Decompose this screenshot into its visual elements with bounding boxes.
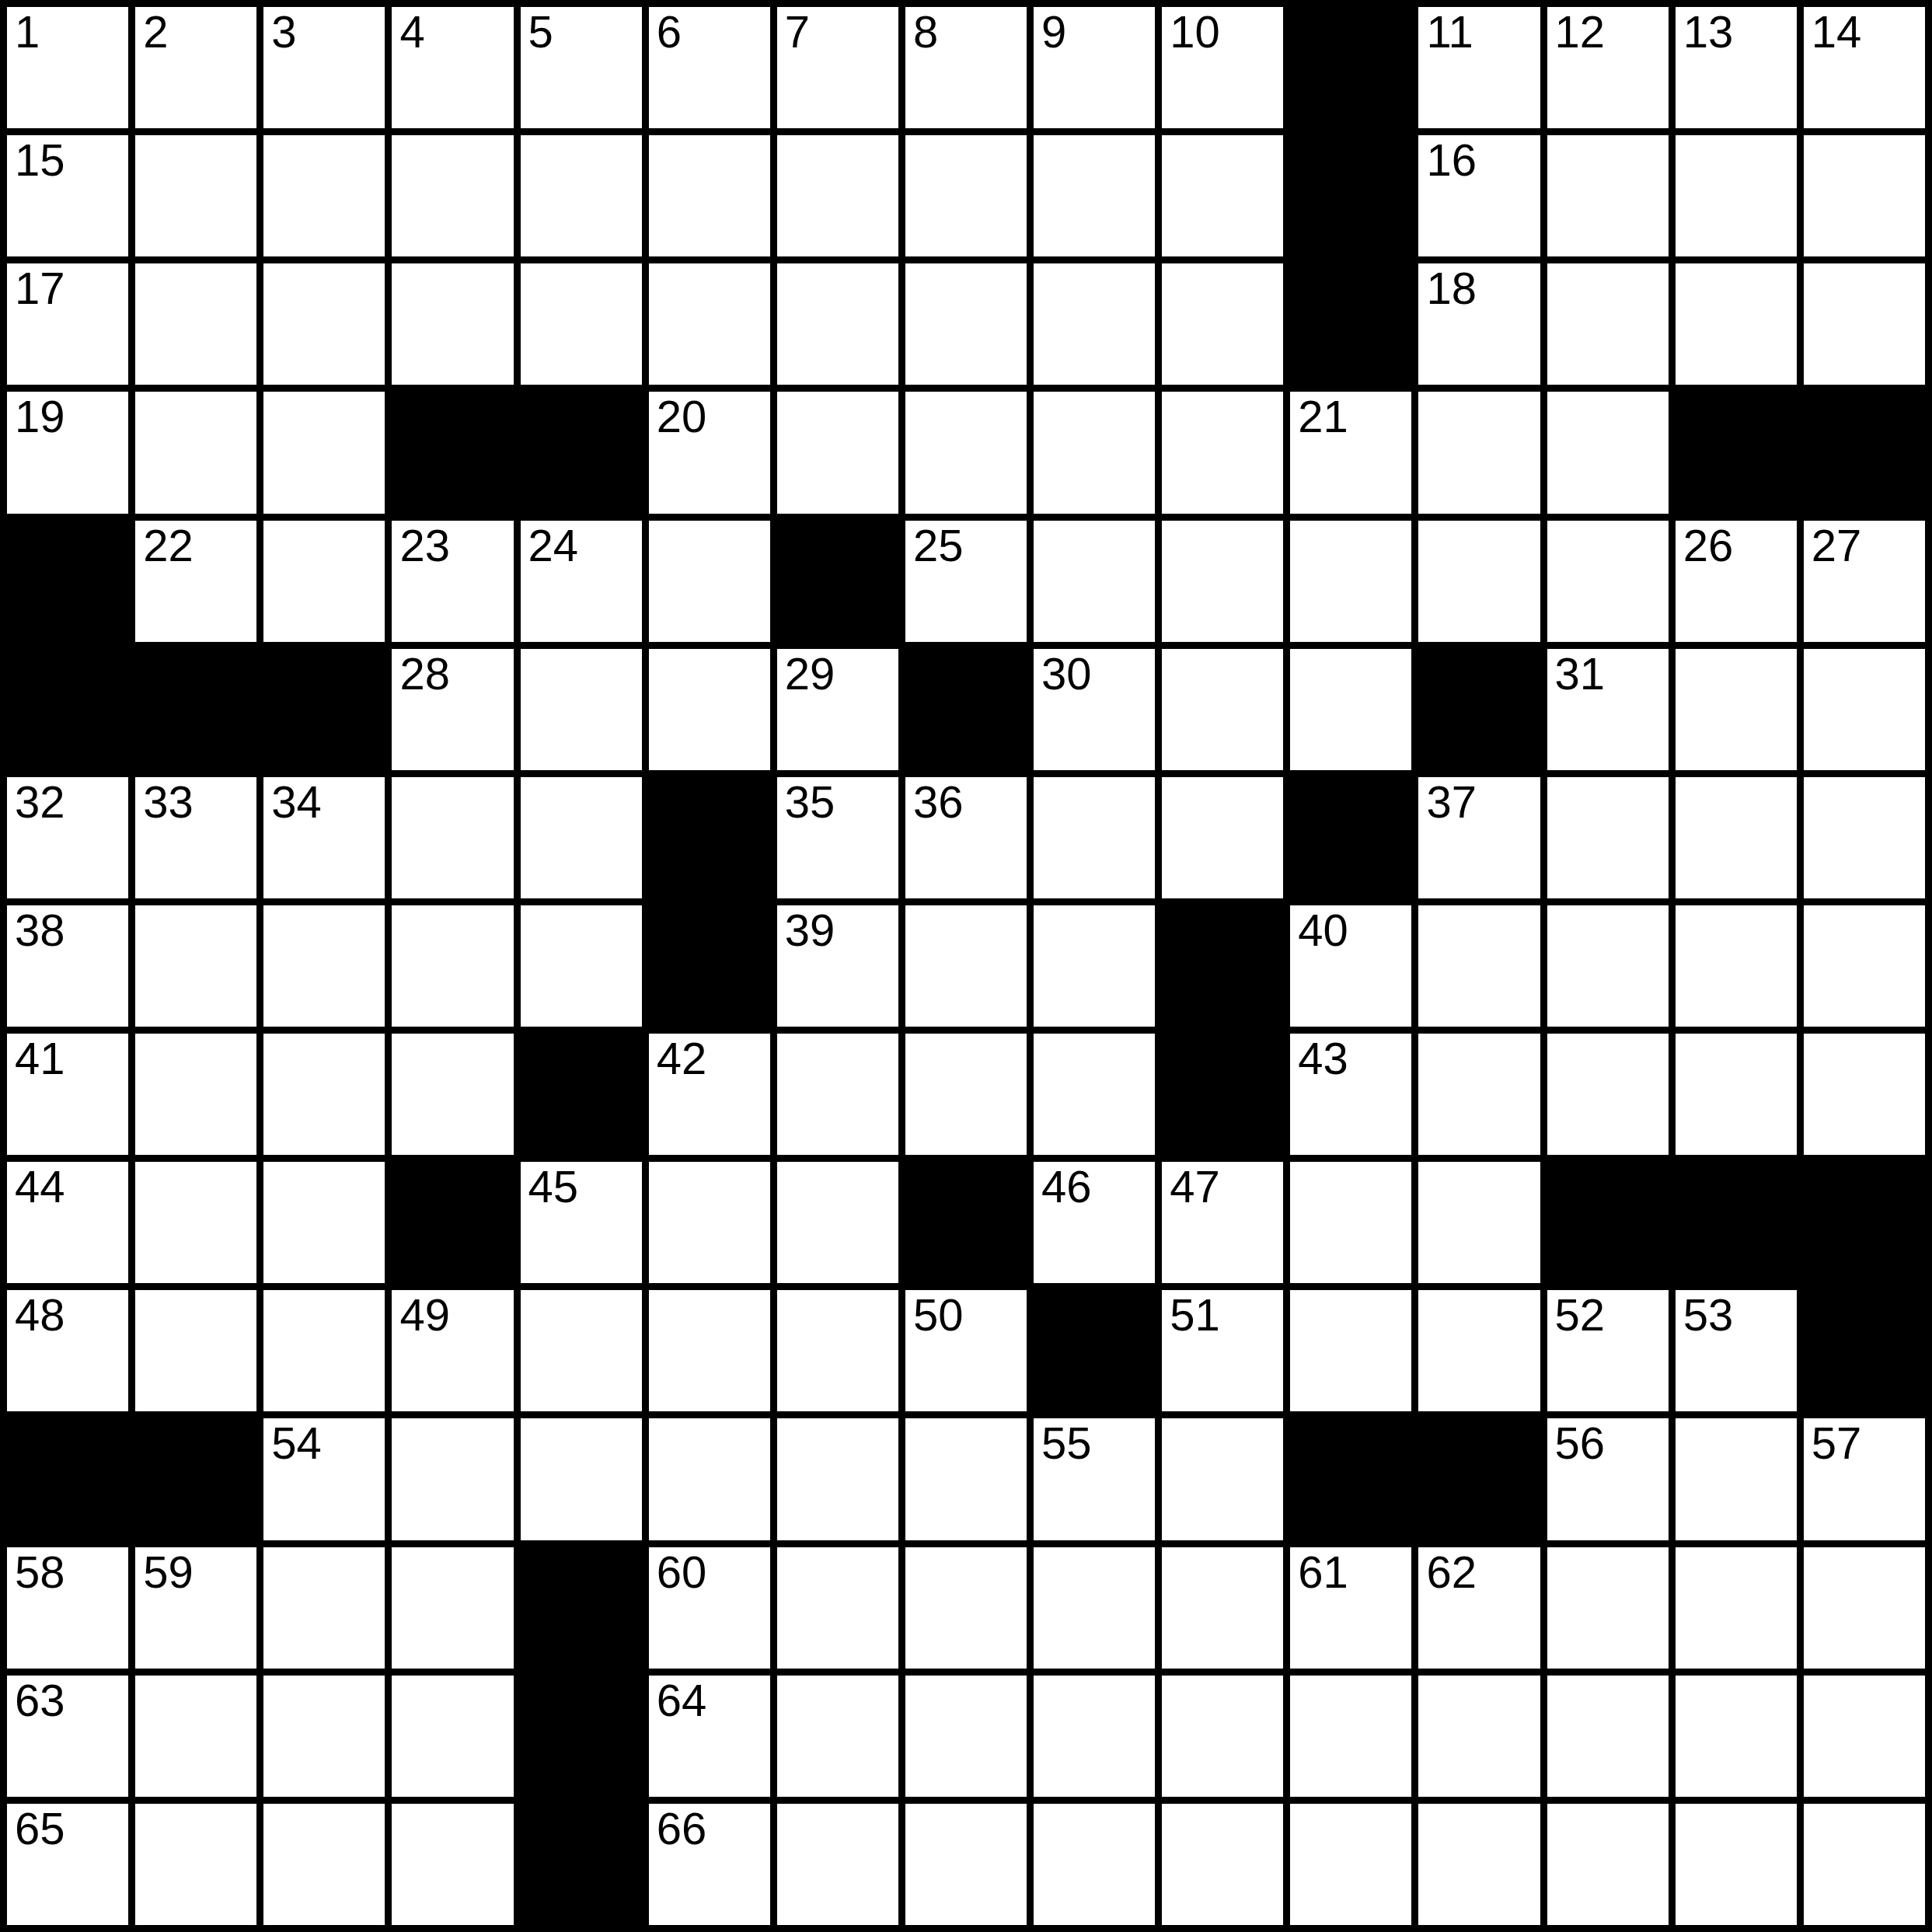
cell-r4-c14[interactable]: 27: [1804, 521, 1925, 642]
clue-number-33: 33: [143, 779, 194, 826]
cell-r13-c14[interactable]: [1804, 1676, 1925, 1797]
black-square-r9-c7: [905, 1162, 1027, 1283]
cell-r3-c2[interactable]: [263, 392, 385, 513]
cell-r12-c8[interactable]: [1034, 1547, 1155, 1669]
cell-r12-c10[interactable]: 61: [1290, 1547, 1411, 1669]
clue-number-36: 36: [913, 779, 964, 826]
cell-r5-c13[interactable]: [1676, 649, 1797, 770]
clue-number-50: 50: [913, 1292, 964, 1339]
cell-r1-c3[interactable]: [392, 135, 513, 256]
clue-number-22: 22: [143, 522, 194, 570]
cell-r3-c6[interactable]: [777, 392, 898, 513]
cell-r13-c2[interactable]: [263, 1676, 385, 1797]
cell-r2-c5[interactable]: [649, 263, 770, 385]
cell-r4-c13[interactable]: 26: [1676, 521, 1797, 642]
clue-number-37: 37: [1426, 779, 1477, 826]
cell-r0-c6[interactable]: 7: [777, 7, 898, 128]
cell-r1-c14[interactable]: [1804, 135, 1925, 256]
clue-number-44: 44: [15, 1163, 65, 1211]
cell-r12-c9[interactable]: [1162, 1547, 1283, 1669]
cell-r5-c8[interactable]: 30: [1034, 649, 1155, 770]
black-square-r5-c11: [1418, 649, 1540, 770]
black-square-r8-c9: [1162, 1034, 1283, 1155]
cell-r12-c13[interactable]: [1676, 1547, 1797, 1669]
cell-r10-c13[interactable]: 53: [1676, 1290, 1797, 1411]
cell-r10-c7[interactable]: 50: [905, 1290, 1027, 1411]
cell-r9-c5[interactable]: [649, 1162, 770, 1283]
cell-r11-c7[interactable]: [905, 1418, 1027, 1540]
cell-r8-c13[interactable]: [1676, 1034, 1797, 1155]
cell-r11-c13[interactable]: [1676, 1418, 1797, 1540]
cell-r3-c11[interactable]: [1418, 392, 1540, 513]
clue-number-55: 55: [1041, 1420, 1092, 1467]
cell-r10-c0[interactable]: 48: [7, 1290, 128, 1411]
cell-r11-c3[interactable]: [392, 1418, 513, 1540]
cell-r7-c13[interactable]: [1676, 905, 1797, 1027]
cell-r11-c2[interactable]: 54: [263, 1418, 385, 1540]
cell-r3-c12[interactable]: [1547, 392, 1669, 513]
cell-r10-c1[interactable]: [135, 1290, 256, 1411]
cell-r14-c1[interactable]: [135, 1804, 256, 1925]
cell-r7-c12[interactable]: [1547, 905, 1669, 1027]
clue-number-62: 62: [1426, 1549, 1477, 1596]
cell-r0-c12[interactable]: 12: [1547, 7, 1669, 128]
cell-r4-c3[interactable]: 23: [392, 521, 513, 642]
cell-r9-c4[interactable]: 45: [521, 1162, 642, 1283]
cell-r13-c9[interactable]: [1162, 1676, 1283, 1797]
cell-r7-c7[interactable]: [905, 905, 1027, 1027]
black-square-r5-c7: [905, 649, 1027, 770]
cell-r7-c11[interactable]: [1418, 905, 1540, 1027]
cell-r6-c11[interactable]: 37: [1418, 777, 1540, 898]
cell-r4-c8[interactable]: [1034, 521, 1155, 642]
cell-r2-c8[interactable]: [1034, 263, 1155, 385]
cell-r11-c8[interactable]: 55: [1034, 1418, 1155, 1540]
cell-r14-c10[interactable]: [1290, 1804, 1411, 1925]
cell-r0-c3[interactable]: 4: [392, 7, 513, 128]
cell-r3-c7[interactable]: [905, 392, 1027, 513]
cell-r13-c11[interactable]: [1418, 1676, 1540, 1797]
black-square-r8-c4: [521, 1034, 642, 1155]
cell-r2-c6[interactable]: [777, 263, 898, 385]
clue-number-5: 5: [528, 9, 553, 56]
clue-number-12: 12: [1555, 9, 1606, 56]
black-square-r11-c1: [135, 1418, 256, 1540]
cell-r13-c8[interactable]: [1034, 1676, 1155, 1797]
cell-r1-c7[interactable]: [905, 135, 1027, 256]
cell-r5-c14[interactable]: [1804, 649, 1925, 770]
black-square-r10-c8: [1034, 1290, 1155, 1411]
black-square-r11-c10: [1290, 1418, 1411, 1540]
cell-r2-c13[interactable]: [1676, 263, 1797, 385]
cell-r8-c7[interactable]: [905, 1034, 1027, 1155]
clue-number-39: 39: [785, 907, 835, 954]
clue-number-64: 64: [657, 1677, 707, 1725]
clue-number-42: 42: [657, 1035, 707, 1083]
clue-number-28: 28: [399, 650, 450, 698]
clue-number-52: 52: [1555, 1292, 1606, 1339]
black-square-r14-c4: [521, 1804, 642, 1925]
clue-number-49: 49: [399, 1292, 450, 1339]
clue-number-15: 15: [15, 137, 65, 184]
cell-r0-c5[interactable]: 6: [649, 7, 770, 128]
cell-r5-c5[interactable]: [649, 649, 770, 770]
clue-number-54: 54: [271, 1420, 322, 1467]
cell-r10-c12[interactable]: 52: [1547, 1290, 1669, 1411]
clue-number-1: 1: [15, 9, 40, 56]
cell-r14-c6[interactable]: [777, 1804, 898, 1925]
black-square-r9-c3: [392, 1162, 513, 1283]
clue-number-3: 3: [271, 9, 296, 56]
cell-r11-c5[interactable]: [649, 1418, 770, 1540]
cell-r9-c10[interactable]: [1290, 1162, 1411, 1283]
cell-r5-c6[interactable]: 29: [777, 649, 898, 770]
black-square-r12-c4: [521, 1547, 642, 1669]
cell-r11-c14[interactable]: 57: [1804, 1418, 1925, 1540]
cell-r9-c9[interactable]: 47: [1162, 1162, 1283, 1283]
cell-r7-c1[interactable]: [135, 905, 256, 1027]
clue-number-35: 35: [785, 779, 835, 826]
cell-r14-c0[interactable]: 65: [7, 1804, 128, 1925]
clue-number-45: 45: [528, 1163, 579, 1211]
cell-r13-c6[interactable]: [777, 1676, 898, 1797]
clue-number-16: 16: [1426, 137, 1477, 184]
cell-r14-c2[interactable]: [263, 1804, 385, 1925]
cell-r11-c6[interactable]: [777, 1418, 898, 1540]
cell-r14-c7[interactable]: [905, 1804, 1027, 1925]
clue-number-41: 41: [15, 1035, 65, 1083]
cell-r6-c2[interactable]: 34: [263, 777, 385, 898]
cell-r3-c5[interactable]: 20: [649, 392, 770, 513]
cell-r2-c7[interactable]: [905, 263, 1027, 385]
black-square-r4-c0: [7, 521, 128, 642]
clue-number-65: 65: [15, 1805, 65, 1853]
cell-r14-c13[interactable]: [1676, 1804, 1797, 1925]
cell-r6-c13[interactable]: [1676, 777, 1797, 898]
cell-r7-c4[interactable]: [521, 905, 642, 1027]
cell-r1-c0[interactable]: 15: [7, 135, 128, 256]
cell-r2-c9[interactable]: [1162, 263, 1283, 385]
cell-r13-c5[interactable]: 64: [649, 1676, 770, 1797]
black-square-r3-c13: [1676, 392, 1797, 513]
cell-r8-c3[interactable]: [392, 1034, 513, 1155]
cell-r8-c11[interactable]: [1418, 1034, 1540, 1155]
cell-r9-c0[interactable]: 44: [7, 1162, 128, 1283]
black-square-r7-c9: [1162, 905, 1283, 1027]
cell-r12-c1[interactable]: 59: [135, 1547, 256, 1669]
black-square-r3-c14: [1804, 392, 1925, 513]
cell-r13-c12[interactable]: [1547, 1676, 1669, 1797]
cell-r4-c4[interactable]: 24: [521, 521, 642, 642]
black-square-r3-c3: [392, 392, 513, 513]
clue-number-66: 66: [657, 1805, 707, 1853]
cell-r1-c9[interactable]: [1162, 135, 1283, 256]
cell-r2-c1[interactable]: [135, 263, 256, 385]
clue-number-32: 32: [15, 779, 65, 826]
clue-number-24: 24: [528, 522, 579, 570]
cell-r0-c2[interactable]: 3: [263, 7, 385, 128]
black-square-r0-c10: [1290, 7, 1411, 128]
cell-r10-c5[interactable]: [649, 1290, 770, 1411]
clue-number-11: 11: [1426, 9, 1473, 56]
black-square-r9-c12: [1547, 1162, 1669, 1283]
clue-number-8: 8: [913, 9, 938, 56]
cell-r5-c4[interactable]: [521, 649, 642, 770]
cell-r4-c7[interactable]: 25: [905, 521, 1027, 642]
cell-r1-c4[interactable]: [521, 135, 642, 256]
clue-number-4: 4: [399, 9, 424, 56]
clue-number-7: 7: [785, 9, 810, 56]
cell-r8-c1[interactable]: [135, 1034, 256, 1155]
clue-number-47: 47: [1170, 1163, 1220, 1211]
black-square-r11-c0: [7, 1418, 128, 1540]
cell-r8-c8[interactable]: [1034, 1034, 1155, 1155]
clue-number-29: 29: [785, 650, 835, 698]
cell-r3-c9[interactable]: [1162, 392, 1283, 513]
cell-r9-c11[interactable]: [1418, 1162, 1540, 1283]
cell-r14-c3[interactable]: [392, 1804, 513, 1925]
cell-r7-c3[interactable]: [392, 905, 513, 1027]
cell-r12-c14[interactable]: [1804, 1547, 1925, 1669]
clue-number-34: 34: [271, 779, 322, 826]
cell-r4-c9[interactable]: [1162, 521, 1283, 642]
cell-r8-c6[interactable]: [777, 1034, 898, 1155]
cell-r10-c2[interactable]: [263, 1290, 385, 1411]
cell-r6-c7[interactable]: 36: [905, 777, 1027, 898]
clue-number-59: 59: [143, 1549, 194, 1596]
clue-number-48: 48: [15, 1292, 65, 1339]
clue-number-14: 14: [1812, 9, 1862, 56]
cell-r7-c2[interactable]: [263, 905, 385, 1027]
cell-r13-c0[interactable]: 63: [7, 1676, 128, 1797]
cell-r9-c1[interactable]: [135, 1162, 256, 1283]
cell-r6-c8[interactable]: [1034, 777, 1155, 898]
cell-r9-c8[interactable]: 46: [1034, 1162, 1155, 1283]
clue-number-13: 13: [1683, 9, 1734, 56]
clue-number-17: 17: [15, 265, 65, 312]
cell-r11-c9[interactable]: [1162, 1418, 1283, 1540]
cell-r13-c10[interactable]: [1290, 1676, 1411, 1797]
clue-number-43: 43: [1298, 1035, 1348, 1083]
cell-r12-c11[interactable]: 62: [1418, 1547, 1540, 1669]
cell-r0-c0[interactable]: 1: [7, 7, 128, 128]
cell-r4-c1[interactable]: 22: [135, 521, 256, 642]
cell-r7-c6[interactable]: 39: [777, 905, 898, 1027]
clue-number-58: 58: [15, 1549, 65, 1596]
cell-r3-c10[interactable]: 21: [1290, 392, 1411, 513]
cell-r7-c0[interactable]: 38: [7, 905, 128, 1027]
cell-r1-c12[interactable]: [1547, 135, 1669, 256]
clue-number-2: 2: [143, 9, 168, 56]
cell-r12-c5[interactable]: 60: [649, 1547, 770, 1669]
cell-r13-c7[interactable]: [905, 1676, 1027, 1797]
black-square-r9-c14: [1804, 1162, 1925, 1283]
cell-r6-c9[interactable]: [1162, 777, 1283, 898]
cell-r1-c8[interactable]: [1034, 135, 1155, 256]
cell-r10-c9[interactable]: 51: [1162, 1290, 1283, 1411]
cell-r11-c4[interactable]: [521, 1418, 642, 1540]
cell-r0-c9[interactable]: 10: [1162, 7, 1283, 128]
cell-r6-c14[interactable]: [1804, 777, 1925, 898]
cell-r2-c12[interactable]: [1547, 263, 1669, 385]
cell-r6-c0[interactable]: 32: [7, 777, 128, 898]
cell-r6-c6[interactable]: 35: [777, 777, 898, 898]
clue-number-6: 6: [657, 9, 682, 56]
black-square-r5-c2: [263, 649, 385, 770]
cell-r2-c4[interactable]: [521, 263, 642, 385]
cell-r4-c5[interactable]: [649, 521, 770, 642]
cell-r3-c1[interactable]: [135, 392, 256, 513]
cell-r14-c12[interactable]: [1547, 1804, 1669, 1925]
clue-number-56: 56: [1555, 1420, 1606, 1467]
black-square-r5-c1: [135, 649, 256, 770]
black-square-r6-c10: [1290, 777, 1411, 898]
clue-number-9: 9: [1041, 9, 1066, 56]
cell-r0-c13[interactable]: 13: [1676, 7, 1797, 128]
clue-number-57: 57: [1812, 1420, 1862, 1467]
cell-r8-c0[interactable]: 41: [7, 1034, 128, 1155]
cell-r1-c6[interactable]: [777, 135, 898, 256]
crossword-grid: 1234567891011121314151617181920212223242…: [0, 0, 1932, 1932]
cell-r7-c8[interactable]: [1034, 905, 1155, 1027]
clue-number-63: 63: [15, 1677, 65, 1725]
cell-r9-c6[interactable]: [777, 1162, 898, 1283]
cell-r6-c1[interactable]: 33: [135, 777, 256, 898]
clue-number-27: 27: [1812, 522, 1862, 570]
cell-r4-c11[interactable]: [1418, 521, 1540, 642]
cell-r6-c4[interactable]: [521, 777, 642, 898]
cell-r0-c14[interactable]: 14: [1804, 7, 1925, 128]
clue-number-30: 30: [1041, 650, 1092, 698]
cell-r0-c7[interactable]: 8: [905, 7, 1027, 128]
cell-r13-c13[interactable]: [1676, 1676, 1797, 1797]
black-square-r3-c4: [521, 392, 642, 513]
black-square-r13-c4: [521, 1676, 642, 1797]
cell-r2-c11[interactable]: 18: [1418, 263, 1540, 385]
cell-r5-c3[interactable]: 28: [392, 649, 513, 770]
cell-r10-c10[interactable]: [1290, 1290, 1411, 1411]
black-square-r6-c5: [649, 777, 770, 898]
cell-r11-c12[interactable]: 56: [1547, 1418, 1669, 1540]
black-square-r9-c13: [1676, 1162, 1797, 1283]
cell-r8-c10[interactable]: 43: [1290, 1034, 1411, 1155]
cell-r5-c12[interactable]: 31: [1547, 649, 1669, 770]
cell-r8-c2[interactable]: [263, 1034, 385, 1155]
cell-r9-c2[interactable]: [263, 1162, 385, 1283]
cell-r12-c2[interactable]: [263, 1547, 385, 1669]
cell-r14-c9[interactable]: [1162, 1804, 1283, 1925]
clue-number-23: 23: [399, 522, 450, 570]
cell-r8-c14[interactable]: [1804, 1034, 1925, 1155]
cell-r13-c1[interactable]: [135, 1676, 256, 1797]
clue-number-21: 21: [1298, 393, 1348, 441]
cell-r6-c3[interactable]: [392, 777, 513, 898]
cell-r5-c9[interactable]: [1162, 649, 1283, 770]
cell-r0-c4[interactable]: 5: [521, 7, 642, 128]
cell-r1-c1[interactable]: [135, 135, 256, 256]
clue-number-10: 10: [1170, 9, 1220, 56]
cell-r4-c2[interactable]: [263, 521, 385, 642]
cell-r4-c10[interactable]: [1290, 521, 1411, 642]
black-square-r2-c10: [1290, 263, 1411, 385]
black-square-r4-c6: [777, 521, 898, 642]
cell-r14-c14[interactable]: [1804, 1804, 1925, 1925]
cell-r1-c13[interactable]: [1676, 135, 1797, 256]
cell-r2-c2[interactable]: [263, 263, 385, 385]
cell-r8-c5[interactable]: 42: [649, 1034, 770, 1155]
cell-r12-c7[interactable]: [905, 1547, 1027, 1669]
cell-r2-c14[interactable]: [1804, 263, 1925, 385]
clue-number-46: 46: [1041, 1163, 1092, 1211]
clue-number-61: 61: [1298, 1549, 1348, 1596]
cell-r13-c3[interactable]: [392, 1676, 513, 1797]
cell-r10-c3[interactable]: 49: [392, 1290, 513, 1411]
cell-r14-c11[interactable]: [1418, 1804, 1540, 1925]
cell-r12-c6[interactable]: [777, 1547, 898, 1669]
clue-number-53: 53: [1683, 1292, 1734, 1339]
cell-r3-c0[interactable]: 19: [7, 392, 128, 513]
clue-number-19: 19: [15, 393, 65, 441]
clue-number-31: 31: [1555, 650, 1606, 698]
cell-r10-c4[interactable]: [521, 1290, 642, 1411]
clue-number-40: 40: [1298, 907, 1348, 954]
cell-r0-c1[interactable]: 2: [135, 7, 256, 128]
clue-number-20: 20: [657, 393, 707, 441]
cell-r8-c12[interactable]: [1547, 1034, 1669, 1155]
cell-r6-c12[interactable]: [1547, 777, 1669, 898]
cell-r1-c11[interactable]: 16: [1418, 135, 1540, 256]
black-square-r11-c11: [1418, 1418, 1540, 1540]
cell-r0-c8[interactable]: 9: [1034, 7, 1155, 128]
clue-number-51: 51: [1170, 1292, 1220, 1339]
cell-r7-c10[interactable]: 40: [1290, 905, 1411, 1027]
clue-number-18: 18: [1426, 265, 1477, 312]
cell-r12-c0[interactable]: 58: [7, 1547, 128, 1669]
black-square-r5-c0: [7, 649, 128, 770]
clue-number-25: 25: [913, 522, 964, 570]
cell-r3-c8[interactable]: [1034, 392, 1155, 513]
black-square-r10-c14: [1804, 1290, 1925, 1411]
cell-r12-c12[interactable]: [1547, 1547, 1669, 1669]
cell-r4-c12[interactable]: [1547, 521, 1669, 642]
cell-r0-c11[interactable]: 11: [1418, 7, 1540, 128]
cell-r1-c5[interactable]: [649, 135, 770, 256]
cell-r5-c10[interactable]: [1290, 649, 1411, 770]
cell-r1-c2[interactable]: [263, 135, 385, 256]
cell-r7-c14[interactable]: [1804, 905, 1925, 1027]
clue-number-38: 38: [15, 907, 65, 954]
cell-r12-c3[interactable]: [392, 1547, 513, 1669]
cell-r10-c6[interactable]: [777, 1290, 898, 1411]
clue-number-60: 60: [657, 1549, 707, 1596]
cell-r2-c0[interactable]: 17: [7, 263, 128, 385]
cell-r14-c8[interactable]: [1034, 1804, 1155, 1925]
cell-r14-c5[interactable]: 66: [649, 1804, 770, 1925]
clue-number-26: 26: [1683, 522, 1734, 570]
cell-r2-c3[interactable]: [392, 263, 513, 385]
black-square-r1-c10: [1290, 135, 1411, 256]
cell-r10-c11[interactable]: [1418, 1290, 1540, 1411]
black-square-r7-c5: [649, 905, 770, 1027]
